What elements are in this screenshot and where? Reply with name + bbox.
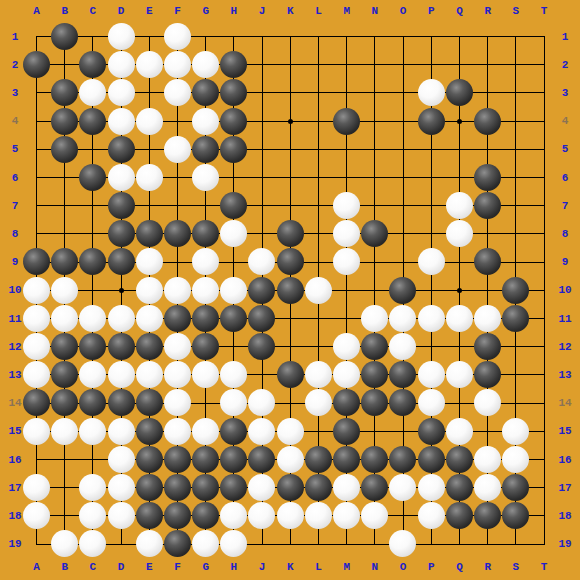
point-Q5[interactable] bbox=[445, 135, 473, 163]
point-H16[interactable] bbox=[220, 445, 248, 473]
point-F18[interactable] bbox=[163, 502, 191, 530]
point-H9[interactable] bbox=[220, 248, 248, 276]
point-B9[interactable] bbox=[51, 248, 79, 276]
point-D16[interactable] bbox=[107, 445, 135, 473]
point-B3[interactable] bbox=[51, 79, 79, 107]
point-O6[interactable] bbox=[389, 163, 417, 191]
point-P5[interactable] bbox=[417, 135, 445, 163]
point-H14[interactable] bbox=[220, 389, 248, 417]
point-B16[interactable] bbox=[51, 445, 79, 473]
point-M11[interactable] bbox=[332, 304, 360, 332]
point-G12[interactable] bbox=[192, 332, 220, 360]
point-F16[interactable] bbox=[163, 445, 191, 473]
point-R15[interactable] bbox=[473, 417, 501, 445]
point-A12[interactable] bbox=[22, 332, 50, 360]
point-R5[interactable] bbox=[473, 135, 501, 163]
point-H15[interactable] bbox=[220, 417, 248, 445]
point-D7[interactable] bbox=[107, 192, 135, 220]
point-T10[interactable] bbox=[530, 276, 558, 304]
point-S9[interactable] bbox=[502, 248, 530, 276]
point-S1[interactable] bbox=[502, 22, 530, 50]
point-M19[interactable] bbox=[332, 530, 360, 558]
point-A11[interactable] bbox=[22, 304, 50, 332]
point-N12[interactable] bbox=[361, 332, 389, 360]
point-P4[interactable] bbox=[417, 107, 445, 135]
point-T13[interactable] bbox=[530, 361, 558, 389]
point-T2[interactable] bbox=[530, 51, 558, 79]
point-B7[interactable] bbox=[51, 192, 79, 220]
point-M1[interactable] bbox=[332, 22, 360, 50]
point-R12[interactable] bbox=[473, 332, 501, 360]
point-P19[interactable] bbox=[417, 530, 445, 558]
point-A13[interactable] bbox=[22, 361, 50, 389]
point-G5[interactable] bbox=[192, 135, 220, 163]
point-A16[interactable] bbox=[22, 445, 50, 473]
point-C5[interactable] bbox=[79, 135, 107, 163]
point-L18[interactable] bbox=[304, 502, 332, 530]
point-S16[interactable] bbox=[502, 445, 530, 473]
point-F2[interactable] bbox=[163, 51, 191, 79]
point-T18[interactable] bbox=[530, 502, 558, 530]
point-O14[interactable] bbox=[389, 389, 417, 417]
point-O10[interactable] bbox=[389, 276, 417, 304]
point-M3[interactable] bbox=[332, 79, 360, 107]
point-O18[interactable] bbox=[389, 502, 417, 530]
point-E6[interactable] bbox=[135, 163, 163, 191]
point-C11[interactable] bbox=[79, 304, 107, 332]
point-E9[interactable] bbox=[135, 248, 163, 276]
point-Q11[interactable] bbox=[445, 304, 473, 332]
point-K8[interactable] bbox=[276, 220, 304, 248]
point-Q12[interactable] bbox=[445, 332, 473, 360]
point-E10[interactable] bbox=[135, 276, 163, 304]
point-O16[interactable] bbox=[389, 445, 417, 473]
point-E5[interactable] bbox=[135, 135, 163, 163]
point-F10[interactable] bbox=[163, 276, 191, 304]
point-N4[interactable] bbox=[361, 107, 389, 135]
point-R8[interactable] bbox=[473, 220, 501, 248]
point-G14[interactable] bbox=[192, 389, 220, 417]
point-K2[interactable] bbox=[276, 51, 304, 79]
point-F12[interactable] bbox=[163, 332, 191, 360]
point-F14[interactable] bbox=[163, 389, 191, 417]
point-D9[interactable] bbox=[107, 248, 135, 276]
point-E14[interactable] bbox=[135, 389, 163, 417]
point-S18[interactable] bbox=[502, 502, 530, 530]
point-K12[interactable] bbox=[276, 332, 304, 360]
point-J1[interactable] bbox=[248, 22, 276, 50]
point-T3[interactable] bbox=[530, 79, 558, 107]
point-R9[interactable] bbox=[473, 248, 501, 276]
point-H6[interactable] bbox=[220, 163, 248, 191]
point-C18[interactable] bbox=[79, 502, 107, 530]
point-E12[interactable] bbox=[135, 332, 163, 360]
point-M2[interactable] bbox=[332, 51, 360, 79]
point-F17[interactable] bbox=[163, 473, 191, 501]
point-E16[interactable] bbox=[135, 445, 163, 473]
point-R18[interactable] bbox=[473, 502, 501, 530]
point-E4[interactable] bbox=[135, 107, 163, 135]
point-D18[interactable] bbox=[107, 502, 135, 530]
point-C3[interactable] bbox=[79, 79, 107, 107]
point-Q13[interactable] bbox=[445, 361, 473, 389]
point-G1[interactable] bbox=[192, 22, 220, 50]
point-B13[interactable] bbox=[51, 361, 79, 389]
point-G8[interactable] bbox=[192, 220, 220, 248]
point-C9[interactable] bbox=[79, 248, 107, 276]
point-H2[interactable] bbox=[220, 51, 248, 79]
point-N14[interactable] bbox=[361, 389, 389, 417]
point-M15[interactable] bbox=[332, 417, 360, 445]
point-Q7[interactable] bbox=[445, 192, 473, 220]
point-C12[interactable] bbox=[79, 332, 107, 360]
point-N19[interactable] bbox=[361, 530, 389, 558]
point-S13[interactable] bbox=[502, 361, 530, 389]
point-Q15[interactable] bbox=[445, 417, 473, 445]
point-O4[interactable] bbox=[389, 107, 417, 135]
point-L6[interactable] bbox=[304, 163, 332, 191]
point-S6[interactable] bbox=[502, 163, 530, 191]
point-N17[interactable] bbox=[361, 473, 389, 501]
point-P16[interactable] bbox=[417, 445, 445, 473]
point-A2[interactable] bbox=[22, 51, 50, 79]
point-D10[interactable] bbox=[107, 276, 135, 304]
point-E7[interactable] bbox=[135, 192, 163, 220]
point-S11[interactable] bbox=[502, 304, 530, 332]
point-G10[interactable] bbox=[192, 276, 220, 304]
point-R10[interactable] bbox=[473, 276, 501, 304]
point-B19[interactable] bbox=[51, 530, 79, 558]
point-B8[interactable] bbox=[51, 220, 79, 248]
point-A1[interactable] bbox=[22, 22, 50, 50]
point-J14[interactable] bbox=[248, 389, 276, 417]
point-R19[interactable] bbox=[473, 530, 501, 558]
point-J4[interactable] bbox=[248, 107, 276, 135]
point-M12[interactable] bbox=[332, 332, 360, 360]
point-O2[interactable] bbox=[389, 51, 417, 79]
point-K17[interactable] bbox=[276, 473, 304, 501]
point-B11[interactable] bbox=[51, 304, 79, 332]
point-O13[interactable] bbox=[389, 361, 417, 389]
point-S4[interactable] bbox=[502, 107, 530, 135]
point-D19[interactable] bbox=[107, 530, 135, 558]
point-N3[interactable] bbox=[361, 79, 389, 107]
point-K10[interactable] bbox=[276, 276, 304, 304]
point-P2[interactable] bbox=[417, 51, 445, 79]
point-O3[interactable] bbox=[389, 79, 417, 107]
point-F15[interactable] bbox=[163, 417, 191, 445]
point-A17[interactable] bbox=[22, 473, 50, 501]
point-R13[interactable] bbox=[473, 361, 501, 389]
point-Q2[interactable] bbox=[445, 51, 473, 79]
point-H3[interactable] bbox=[220, 79, 248, 107]
point-E1[interactable] bbox=[135, 22, 163, 50]
point-L1[interactable] bbox=[304, 22, 332, 50]
point-D3[interactable] bbox=[107, 79, 135, 107]
point-L7[interactable] bbox=[304, 192, 332, 220]
point-C8[interactable] bbox=[79, 220, 107, 248]
point-A4[interactable] bbox=[22, 107, 50, 135]
point-S19[interactable] bbox=[502, 530, 530, 558]
point-K1[interactable] bbox=[276, 22, 304, 50]
point-N2[interactable] bbox=[361, 51, 389, 79]
point-C1[interactable] bbox=[79, 22, 107, 50]
point-J8[interactable] bbox=[248, 220, 276, 248]
point-P18[interactable] bbox=[417, 502, 445, 530]
point-B4[interactable] bbox=[51, 107, 79, 135]
point-L13[interactable] bbox=[304, 361, 332, 389]
point-P11[interactable] bbox=[417, 304, 445, 332]
point-B1[interactable] bbox=[51, 22, 79, 50]
point-L8[interactable] bbox=[304, 220, 332, 248]
point-N7[interactable] bbox=[361, 192, 389, 220]
point-O15[interactable] bbox=[389, 417, 417, 445]
point-B12[interactable] bbox=[51, 332, 79, 360]
point-G11[interactable] bbox=[192, 304, 220, 332]
point-Q16[interactable] bbox=[445, 445, 473, 473]
point-M10[interactable] bbox=[332, 276, 360, 304]
point-T15[interactable] bbox=[530, 417, 558, 445]
point-K18[interactable] bbox=[276, 502, 304, 530]
point-P7[interactable] bbox=[417, 192, 445, 220]
point-T11[interactable] bbox=[530, 304, 558, 332]
point-L19[interactable] bbox=[304, 530, 332, 558]
point-N9[interactable] bbox=[361, 248, 389, 276]
point-G6[interactable] bbox=[192, 163, 220, 191]
point-L15[interactable] bbox=[304, 417, 332, 445]
point-D15[interactable] bbox=[107, 417, 135, 445]
point-Q14[interactable] bbox=[445, 389, 473, 417]
point-R14[interactable] bbox=[473, 389, 501, 417]
point-J6[interactable] bbox=[248, 163, 276, 191]
point-T4[interactable] bbox=[530, 107, 558, 135]
point-F9[interactable] bbox=[163, 248, 191, 276]
point-S3[interactable] bbox=[502, 79, 530, 107]
point-H12[interactable] bbox=[220, 332, 248, 360]
point-M6[interactable] bbox=[332, 163, 360, 191]
point-T9[interactable] bbox=[530, 248, 558, 276]
point-H17[interactable] bbox=[220, 473, 248, 501]
point-T17[interactable] bbox=[530, 473, 558, 501]
point-B6[interactable] bbox=[51, 163, 79, 191]
point-P12[interactable] bbox=[417, 332, 445, 360]
point-H10[interactable] bbox=[220, 276, 248, 304]
point-H8[interactable] bbox=[220, 220, 248, 248]
point-H4[interactable] bbox=[220, 107, 248, 135]
point-D2[interactable] bbox=[107, 51, 135, 79]
point-H13[interactable] bbox=[220, 361, 248, 389]
point-O7[interactable] bbox=[389, 192, 417, 220]
point-O12[interactable] bbox=[389, 332, 417, 360]
point-A18[interactable] bbox=[22, 502, 50, 530]
point-F8[interactable] bbox=[163, 220, 191, 248]
point-Q9[interactable] bbox=[445, 248, 473, 276]
point-P17[interactable] bbox=[417, 473, 445, 501]
point-E17[interactable] bbox=[135, 473, 163, 501]
point-C4[interactable] bbox=[79, 107, 107, 135]
point-C10[interactable] bbox=[79, 276, 107, 304]
point-D8[interactable] bbox=[107, 220, 135, 248]
point-B14[interactable] bbox=[51, 389, 79, 417]
point-N10[interactable] bbox=[361, 276, 389, 304]
point-N18[interactable] bbox=[361, 502, 389, 530]
point-M7[interactable] bbox=[332, 192, 360, 220]
point-C2[interactable] bbox=[79, 51, 107, 79]
point-K6[interactable] bbox=[276, 163, 304, 191]
point-D17[interactable] bbox=[107, 473, 135, 501]
point-E18[interactable] bbox=[135, 502, 163, 530]
point-M17[interactable] bbox=[332, 473, 360, 501]
point-J17[interactable] bbox=[248, 473, 276, 501]
point-Q10[interactable] bbox=[445, 276, 473, 304]
point-D11[interactable] bbox=[107, 304, 135, 332]
point-M9[interactable] bbox=[332, 248, 360, 276]
point-A3[interactable] bbox=[22, 79, 50, 107]
point-L3[interactable] bbox=[304, 79, 332, 107]
point-R7[interactable] bbox=[473, 192, 501, 220]
point-J10[interactable] bbox=[248, 276, 276, 304]
point-S8[interactable] bbox=[502, 220, 530, 248]
point-M13[interactable] bbox=[332, 361, 360, 389]
point-C17[interactable] bbox=[79, 473, 107, 501]
point-P10[interactable] bbox=[417, 276, 445, 304]
point-M5[interactable] bbox=[332, 135, 360, 163]
point-C15[interactable] bbox=[79, 417, 107, 445]
point-F11[interactable] bbox=[163, 304, 191, 332]
point-S12[interactable] bbox=[502, 332, 530, 360]
point-N1[interactable] bbox=[361, 22, 389, 50]
point-K9[interactable] bbox=[276, 248, 304, 276]
point-T7[interactable] bbox=[530, 192, 558, 220]
point-G7[interactable] bbox=[192, 192, 220, 220]
point-N8[interactable] bbox=[361, 220, 389, 248]
point-K19[interactable] bbox=[276, 530, 304, 558]
point-A8[interactable] bbox=[22, 220, 50, 248]
point-C7[interactable] bbox=[79, 192, 107, 220]
point-C16[interactable] bbox=[79, 445, 107, 473]
point-K15[interactable] bbox=[276, 417, 304, 445]
point-L4[interactable] bbox=[304, 107, 332, 135]
point-M14[interactable] bbox=[332, 389, 360, 417]
point-N16[interactable] bbox=[361, 445, 389, 473]
point-A9[interactable] bbox=[22, 248, 50, 276]
point-Q19[interactable] bbox=[445, 530, 473, 558]
point-E3[interactable] bbox=[135, 79, 163, 107]
point-B10[interactable] bbox=[51, 276, 79, 304]
point-K4[interactable] bbox=[276, 107, 304, 135]
point-T12[interactable] bbox=[530, 332, 558, 360]
point-P13[interactable] bbox=[417, 361, 445, 389]
point-S17[interactable] bbox=[502, 473, 530, 501]
point-D6[interactable] bbox=[107, 163, 135, 191]
point-N15[interactable] bbox=[361, 417, 389, 445]
point-T14[interactable] bbox=[530, 389, 558, 417]
point-H18[interactable] bbox=[220, 502, 248, 530]
point-D4[interactable] bbox=[107, 107, 135, 135]
point-A7[interactable] bbox=[22, 192, 50, 220]
point-F5[interactable] bbox=[163, 135, 191, 163]
point-P15[interactable] bbox=[417, 417, 445, 445]
point-H1[interactable] bbox=[220, 22, 248, 50]
point-K7[interactable] bbox=[276, 192, 304, 220]
point-G3[interactable] bbox=[192, 79, 220, 107]
point-C14[interactable] bbox=[79, 389, 107, 417]
point-O8[interactable] bbox=[389, 220, 417, 248]
point-F19[interactable] bbox=[163, 530, 191, 558]
point-P1[interactable] bbox=[417, 22, 445, 50]
point-J7[interactable] bbox=[248, 192, 276, 220]
point-H19[interactable] bbox=[220, 530, 248, 558]
point-K14[interactable] bbox=[276, 389, 304, 417]
point-E11[interactable] bbox=[135, 304, 163, 332]
point-F13[interactable] bbox=[163, 361, 191, 389]
point-K16[interactable] bbox=[276, 445, 304, 473]
point-Q1[interactable] bbox=[445, 22, 473, 50]
point-E8[interactable] bbox=[135, 220, 163, 248]
point-B17[interactable] bbox=[51, 473, 79, 501]
point-J5[interactable] bbox=[248, 135, 276, 163]
point-G2[interactable] bbox=[192, 51, 220, 79]
point-R1[interactable] bbox=[473, 22, 501, 50]
point-N5[interactable] bbox=[361, 135, 389, 163]
point-J18[interactable] bbox=[248, 502, 276, 530]
point-C19[interactable] bbox=[79, 530, 107, 558]
point-T8[interactable] bbox=[530, 220, 558, 248]
point-C13[interactable] bbox=[79, 361, 107, 389]
point-S5[interactable] bbox=[502, 135, 530, 163]
point-S7[interactable] bbox=[502, 192, 530, 220]
point-R2[interactable] bbox=[473, 51, 501, 79]
point-F4[interactable] bbox=[163, 107, 191, 135]
point-J15[interactable] bbox=[248, 417, 276, 445]
point-R4[interactable] bbox=[473, 107, 501, 135]
point-L11[interactable] bbox=[304, 304, 332, 332]
point-L9[interactable] bbox=[304, 248, 332, 276]
point-T6[interactable] bbox=[530, 163, 558, 191]
point-D5[interactable] bbox=[107, 135, 135, 163]
point-J3[interactable] bbox=[248, 79, 276, 107]
point-L12[interactable] bbox=[304, 332, 332, 360]
point-P6[interactable] bbox=[417, 163, 445, 191]
point-D1[interactable] bbox=[107, 22, 135, 50]
point-G9[interactable] bbox=[192, 248, 220, 276]
point-A15[interactable] bbox=[22, 417, 50, 445]
point-G17[interactable] bbox=[192, 473, 220, 501]
point-B2[interactable] bbox=[51, 51, 79, 79]
point-O1[interactable] bbox=[389, 22, 417, 50]
point-T16[interactable] bbox=[530, 445, 558, 473]
point-J13[interactable] bbox=[248, 361, 276, 389]
point-F1[interactable] bbox=[163, 22, 191, 50]
point-T19[interactable] bbox=[530, 530, 558, 558]
point-L17[interactable] bbox=[304, 473, 332, 501]
point-R6[interactable] bbox=[473, 163, 501, 191]
point-H7[interactable] bbox=[220, 192, 248, 220]
point-G4[interactable] bbox=[192, 107, 220, 135]
point-N6[interactable] bbox=[361, 163, 389, 191]
point-L5[interactable] bbox=[304, 135, 332, 163]
point-C6[interactable] bbox=[79, 163, 107, 191]
point-G18[interactable] bbox=[192, 502, 220, 530]
point-A6[interactable] bbox=[22, 163, 50, 191]
point-E15[interactable] bbox=[135, 417, 163, 445]
point-R16[interactable] bbox=[473, 445, 501, 473]
point-A14[interactable] bbox=[22, 389, 50, 417]
point-P14[interactable] bbox=[417, 389, 445, 417]
point-J11[interactable] bbox=[248, 304, 276, 332]
point-S15[interactable] bbox=[502, 417, 530, 445]
point-K3[interactable] bbox=[276, 79, 304, 107]
